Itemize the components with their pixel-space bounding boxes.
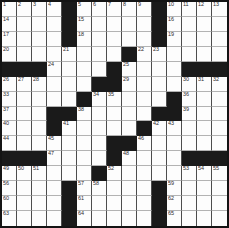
- clue-number-54: 54: [198, 166, 204, 171]
- white-cell-r10c15[interactable]: [212, 136, 227, 151]
- white-cell-r7c14[interactable]: [197, 92, 212, 107]
- clue-number-21: 21: [63, 47, 69, 52]
- white-cell-r15c13[interactable]: [182, 211, 197, 226]
- white-cell-r1c12[interactable]: 10: [167, 2, 182, 17]
- clue-number-45: 45: [48, 136, 54, 141]
- clue-number-8: 8: [123, 2, 126, 7]
- white-cell-r13c1[interactable]: 56: [2, 181, 17, 196]
- clue-number-7: 7: [108, 2, 111, 7]
- crossword-puzzle: 1234567891011121314151617181920212223242…: [0, 0, 229, 228]
- white-cell-r4c1[interactable]: 20: [2, 47, 17, 62]
- white-cell-r15c14[interactable]: [197, 211, 212, 226]
- clue-number-63: 63: [3, 211, 9, 216]
- black-cell-r1c5: [62, 2, 77, 17]
- black-cell-r7c6: [77, 92, 92, 107]
- white-cell-r2c7[interactable]: [92, 17, 107, 32]
- white-cell-r6c15[interactable]: 32: [212, 77, 227, 92]
- clue-number-53: 53: [183, 166, 189, 171]
- white-cell-r14c10[interactable]: [137, 196, 152, 211]
- white-cell-r4c2[interactable]: [17, 47, 32, 62]
- white-cell-r1c2[interactable]: 2: [17, 2, 32, 17]
- clue-number-22: 22: [138, 47, 144, 52]
- clue-number-15: 15: [78, 17, 84, 22]
- white-cell-r6c5[interactable]: [62, 77, 77, 92]
- crossword-grid: 1234567891011121314151617181920212223242…: [0, 0, 229, 228]
- white-cell-r3c6[interactable]: 18: [77, 32, 92, 47]
- white-cell-r15c10[interactable]: [137, 211, 152, 226]
- black-cell-r6c7: [92, 77, 107, 92]
- white-cell-r7c11[interactable]: [152, 92, 167, 107]
- clue-number-42: 42: [153, 121, 159, 126]
- black-cell-r8c11: [152, 107, 167, 122]
- black-cell-r11c1: [2, 151, 17, 166]
- white-cell-r15c15[interactable]: [212, 211, 227, 226]
- white-cell-r13c10[interactable]: [137, 181, 152, 196]
- clue-number-43: 43: [168, 121, 174, 126]
- white-cell-r10c2[interactable]: [17, 136, 32, 151]
- white-cell-r9c13[interactable]: [182, 121, 197, 136]
- clue-number-57: 57: [78, 181, 84, 186]
- white-cell-r3c7[interactable]: [92, 32, 107, 47]
- clue-number-38: 38: [78, 107, 84, 112]
- white-cell-r3c4[interactable]: [47, 32, 62, 47]
- black-cell-r15c11: [152, 211, 167, 226]
- white-cell-r8c3[interactable]: [32, 107, 47, 122]
- black-cell-r9c4: [47, 121, 62, 136]
- white-cell-r9c12[interactable]: 43: [167, 121, 182, 136]
- white-cell-r9c15[interactable]: [212, 121, 227, 136]
- white-cell-r6c14[interactable]: 31: [197, 77, 212, 92]
- clue-number-6: 6: [93, 2, 96, 7]
- black-cell-r7c12: [167, 92, 182, 107]
- clue-number-28: 28: [33, 77, 39, 82]
- white-cell-r1c8[interactable]: 7: [107, 2, 122, 17]
- white-cell-r13c15[interactable]: [212, 181, 227, 196]
- clue-number-55: 55: [213, 166, 219, 171]
- clue-number-39: 39: [183, 107, 189, 112]
- clue-number-1: 1: [3, 2, 6, 7]
- white-cell-r1c10[interactable]: 9: [137, 2, 152, 17]
- black-cell-r5c8: [107, 62, 122, 77]
- white-cell-r6c12[interactable]: [167, 77, 182, 92]
- white-cell-r6c6[interactable]: [77, 77, 92, 92]
- white-cell-r4c10[interactable]: 22: [137, 47, 152, 62]
- clue-number-58: 58: [93, 181, 99, 186]
- clue-number-25: 25: [123, 62, 129, 67]
- white-cell-r14c8[interactable]: [107, 196, 122, 211]
- white-cell-r10c6[interactable]: [77, 136, 92, 151]
- white-cell-r15c7[interactable]: [92, 211, 107, 226]
- black-cell-r11c13: [182, 151, 197, 166]
- white-cell-r8c8[interactable]: [107, 107, 122, 122]
- white-cell-r5c4[interactable]: 24: [47, 62, 62, 77]
- white-cell-r9c5[interactable]: 41: [62, 121, 77, 136]
- black-cell-r5c2: [17, 62, 32, 77]
- white-cell-r14c1[interactable]: 60: [2, 196, 17, 211]
- white-cell-r2c13[interactable]: [182, 17, 197, 32]
- clue-number-13: 13: [213, 2, 219, 7]
- clue-number-4: 4: [48, 2, 51, 7]
- clue-number-44: 44: [3, 136, 9, 141]
- clue-number-52: 52: [108, 166, 114, 171]
- clue-number-9: 9: [138, 2, 141, 7]
- white-cell-r13c13[interactable]: [182, 181, 197, 196]
- white-cell-r11c7[interactable]: [92, 151, 107, 166]
- white-cell-r4c13[interactable]: [182, 47, 197, 62]
- black-cell-r2c5: [62, 17, 77, 32]
- clue-number-59: 59: [168, 181, 174, 186]
- clue-number-23: 23: [153, 47, 159, 52]
- white-cell-r15c4[interactable]: [47, 211, 62, 226]
- white-cell-r13c3[interactable]: [32, 181, 47, 196]
- white-cell-r2c1[interactable]: 14: [2, 17, 17, 32]
- clue-number-27: 27: [18, 77, 24, 82]
- white-cell-r9c9[interactable]: [122, 121, 137, 136]
- clue-number-61: 61: [78, 196, 84, 201]
- black-cell-r10c8: [107, 136, 122, 151]
- white-cell-r8c7[interactable]: [92, 107, 107, 122]
- clue-number-37: 37: [3, 107, 9, 112]
- white-cell-r11c9[interactable]: 48: [122, 151, 137, 166]
- white-cell-r12c9[interactable]: [122, 166, 137, 181]
- black-cell-r5c1: [2, 62, 17, 77]
- white-cell-r10c1[interactable]: 44: [2, 136, 17, 151]
- white-cell-r6c4[interactable]: [47, 77, 62, 92]
- white-cell-r15c1[interactable]: 63: [2, 211, 17, 226]
- clue-number-33: 33: [3, 92, 9, 97]
- white-cell-r15c12[interactable]: 65: [167, 211, 182, 226]
- white-cell-r5c9[interactable]: 25: [122, 62, 137, 77]
- white-cell-r7c10[interactable]: [137, 92, 152, 107]
- white-cell-r3c1[interactable]: 17: [2, 32, 17, 47]
- black-cell-r1c11: [152, 2, 167, 17]
- white-cell-r5c7[interactable]: [92, 62, 107, 77]
- white-cell-r10c7[interactable]: [92, 136, 107, 151]
- white-cell-r2c12[interactable]: 16: [167, 17, 182, 32]
- white-cell-r4c15[interactable]: [212, 47, 227, 62]
- white-cell-r3c12[interactable]: 19: [167, 32, 182, 47]
- white-cell-r3c8[interactable]: [107, 32, 122, 47]
- white-cell-r4c6[interactable]: [77, 47, 92, 62]
- clue-number-40: 40: [3, 121, 9, 126]
- white-cell-r12c13[interactable]: 53: [182, 166, 197, 181]
- white-cell-r5c10[interactable]: [137, 62, 152, 77]
- clue-number-65: 65: [168, 211, 174, 216]
- white-cell-r2c14[interactable]: [197, 17, 212, 32]
- black-cell-r8c12: [167, 107, 182, 122]
- white-cell-r8c6[interactable]: 38: [77, 107, 92, 122]
- white-cell-r3c13[interactable]: [182, 32, 197, 47]
- clue-number-48: 48: [123, 151, 129, 156]
- white-cell-r1c4[interactable]: 4: [47, 2, 62, 17]
- black-cell-r6c8: [107, 77, 122, 92]
- clue-number-12: 12: [198, 2, 204, 7]
- clue-number-41: 41: [63, 121, 69, 126]
- white-cell-r1c15[interactable]: 13: [212, 2, 227, 17]
- white-cell-r9c14[interactable]: [197, 121, 212, 136]
- white-cell-r6c2[interactable]: 27: [17, 77, 32, 92]
- clue-number-49: 49: [3, 166, 9, 171]
- black-cell-r11c15: [212, 151, 227, 166]
- clue-number-2: 2: [18, 2, 21, 7]
- white-cell-r12c1[interactable]: 49: [2, 166, 17, 181]
- black-cell-r11c14: [197, 151, 212, 166]
- white-cell-r7c4[interactable]: [47, 92, 62, 107]
- black-cell-r8c4: [47, 107, 62, 122]
- white-cell-r7c8[interactable]: 35: [107, 92, 122, 107]
- white-cell-r4c5[interactable]: 21: [62, 47, 77, 62]
- white-cell-r4c14[interactable]: [197, 47, 212, 62]
- white-cell-r2c10[interactable]: [137, 17, 152, 32]
- clue-number-50: 50: [18, 166, 24, 171]
- clue-number-29: 29: [123, 77, 129, 82]
- clue-number-11: 11: [183, 2, 189, 7]
- white-cell-r14c3[interactable]: [32, 196, 47, 211]
- white-cell-r3c3[interactable]: [32, 32, 47, 47]
- white-cell-r2c6[interactable]: 15: [77, 17, 92, 32]
- white-cell-r12c11[interactable]: [152, 166, 167, 181]
- black-cell-r5c14: [197, 62, 212, 77]
- white-cell-r13c12[interactable]: 59: [167, 181, 182, 196]
- white-cell-r2c15[interactable]: [212, 17, 227, 32]
- white-cell-r6c9[interactable]: 29: [122, 77, 137, 92]
- white-cell-r6c11[interactable]: [152, 77, 167, 92]
- white-cell-r15c6[interactable]: 64: [77, 211, 92, 226]
- white-cell-r3c15[interactable]: [212, 32, 227, 47]
- black-cell-r14c5: [62, 196, 77, 211]
- white-cell-r4c11[interactable]: 23: [152, 47, 167, 62]
- white-cell-r7c13[interactable]: 36: [182, 92, 197, 107]
- white-cell-r4c7[interactable]: [92, 47, 107, 62]
- white-cell-r12c2[interactable]: 50: [17, 166, 32, 181]
- white-cell-r14c7[interactable]: [92, 196, 107, 211]
- white-cell-r13c9[interactable]: [122, 181, 137, 196]
- white-cell-r7c1[interactable]: 33: [2, 92, 17, 107]
- black-cell-r10c9: [122, 136, 137, 151]
- white-cell-r7c2[interactable]: [17, 92, 32, 107]
- black-cell-r12c7: [92, 166, 107, 181]
- white-cell-r14c2[interactable]: [17, 196, 32, 211]
- white-cell-r14c6[interactable]: 61: [77, 196, 92, 211]
- white-cell-r11c11[interactable]: [152, 151, 167, 166]
- white-cell-r10c13[interactable]: [182, 136, 197, 151]
- white-cell-r10c3[interactable]: [32, 136, 47, 151]
- white-cell-r10c14[interactable]: [197, 136, 212, 151]
- clue-number-19: 19: [168, 32, 174, 37]
- black-cell-r3c11: [152, 32, 167, 47]
- white-cell-r1c14[interactable]: 12: [197, 2, 212, 17]
- white-cell-r12c15[interactable]: 55: [212, 166, 227, 181]
- white-cell-r3c9[interactable]: [122, 32, 137, 47]
- white-cell-r8c2[interactable]: [17, 107, 32, 122]
- black-cell-r9c10: [137, 121, 152, 136]
- white-cell-r12c6[interactable]: [77, 166, 92, 181]
- black-cell-r15c5: [62, 211, 77, 226]
- white-cell-r2c3[interactable]: [32, 17, 47, 32]
- white-cell-r10c11[interactable]: [152, 136, 167, 151]
- white-cell-r2c2[interactable]: [17, 17, 32, 32]
- black-cell-r2c11: [152, 17, 167, 32]
- white-cell-r13c2[interactable]: [17, 181, 32, 196]
- white-cell-r11c12[interactable]: [167, 151, 182, 166]
- white-cell-r11c4[interactable]: 47: [47, 151, 62, 166]
- white-cell-r13c14[interactable]: [197, 181, 212, 196]
- white-cell-r4c4[interactable]: [47, 47, 62, 62]
- clue-number-34: 34: [93, 92, 99, 97]
- clue-number-3: 3: [33, 2, 36, 7]
- white-cell-r1c3[interactable]: 3: [32, 2, 47, 17]
- black-cell-r8c5: [62, 107, 77, 122]
- white-cell-r9c1[interactable]: 40: [2, 121, 17, 136]
- white-cell-r3c14[interactable]: [197, 32, 212, 47]
- white-cell-r14c4[interactable]: [47, 196, 62, 211]
- black-cell-r5c3: [32, 62, 47, 77]
- white-cell-r10c5[interactable]: [62, 136, 77, 151]
- white-cell-r8c1[interactable]: 37: [2, 107, 17, 122]
- white-cell-r15c3[interactable]: [32, 211, 47, 226]
- white-cell-r8c10[interactable]: [137, 107, 152, 122]
- white-cell-r9c7[interactable]: [92, 121, 107, 136]
- white-cell-r13c4[interactable]: [47, 181, 62, 196]
- white-cell-r13c7[interactable]: 58: [92, 181, 107, 196]
- white-cell-r14c12[interactable]: 62: [167, 196, 182, 211]
- clue-number-35: 35: [108, 92, 114, 97]
- white-cell-r10c10[interactable]: 46: [137, 136, 152, 151]
- white-cell-r2c9[interactable]: [122, 17, 137, 32]
- black-cell-r13c5: [62, 181, 77, 196]
- clue-number-60: 60: [3, 196, 9, 201]
- white-cell-r6c13[interactable]: 30: [182, 77, 197, 92]
- clue-number-51: 51: [33, 166, 39, 171]
- black-cell-r11c8: [107, 151, 122, 166]
- clue-number-47: 47: [48, 151, 54, 156]
- white-cell-r9c2[interactable]: [17, 121, 32, 136]
- white-cell-r12c5[interactable]: [62, 166, 77, 181]
- white-cell-r8c9[interactable]: [122, 107, 137, 122]
- white-cell-r4c3[interactable]: [32, 47, 47, 62]
- white-cell-r2c8[interactable]: [107, 17, 122, 32]
- clue-number-17: 17: [3, 32, 9, 37]
- clue-number-30: 30: [183, 77, 189, 82]
- clue-number-32: 32: [213, 77, 219, 82]
- white-cell-r11c10[interactable]: [137, 151, 152, 166]
- white-cell-r5c11[interactable]: [152, 62, 167, 77]
- white-cell-r1c6[interactable]: 5: [77, 2, 92, 17]
- white-cell-r1c9[interactable]: 8: [122, 2, 137, 17]
- white-cell-r9c8[interactable]: [107, 121, 122, 136]
- white-cell-r5c5[interactable]: [62, 62, 77, 77]
- white-cell-r1c1[interactable]: 1: [2, 2, 17, 17]
- white-cell-r14c15[interactable]: [212, 196, 227, 211]
- white-cell-r8c15[interactable]: [212, 107, 227, 122]
- white-cell-r12c8[interactable]: 52: [107, 166, 122, 181]
- clue-number-56: 56: [3, 181, 9, 186]
- clue-number-16: 16: [168, 17, 174, 22]
- white-cell-r13c8[interactable]: [107, 181, 122, 196]
- clue-number-24: 24: [48, 62, 54, 67]
- black-cell-r4c9: [122, 47, 137, 62]
- white-cell-r14c14[interactable]: [197, 196, 212, 211]
- clue-number-18: 18: [78, 32, 84, 37]
- white-cell-r7c3[interactable]: [32, 92, 47, 107]
- clue-number-36: 36: [183, 92, 189, 97]
- white-cell-r12c14[interactable]: 54: [197, 166, 212, 181]
- white-cell-r11c6[interactable]: [77, 151, 92, 166]
- white-cell-r12c4[interactable]: [47, 166, 62, 181]
- white-cell-r5c6[interactable]: [77, 62, 92, 77]
- clue-number-64: 64: [78, 211, 84, 216]
- black-cell-r11c3: [32, 151, 47, 166]
- white-cell-r4c8[interactable]: [107, 47, 122, 62]
- white-cell-r9c3[interactable]: [32, 121, 47, 136]
- clue-number-46: 46: [138, 136, 144, 141]
- white-cell-r7c7[interactable]: 34: [92, 92, 107, 107]
- clue-number-62: 62: [168, 196, 174, 201]
- white-cell-r6c1[interactable]: 26: [2, 77, 17, 92]
- white-cell-r4c12[interactable]: [167, 47, 182, 62]
- clue-number-31: 31: [198, 77, 204, 82]
- clue-number-20: 20: [3, 47, 9, 52]
- white-cell-r8c14[interactable]: [197, 107, 212, 122]
- white-cell-r13c6[interactable]: 57: [77, 181, 92, 196]
- white-cell-r12c3[interactable]: 51: [32, 166, 47, 181]
- black-cell-r11c2: [17, 151, 32, 166]
- white-cell-r15c8[interactable]: [107, 211, 122, 226]
- white-cell-r7c5[interactable]: [62, 92, 77, 107]
- clue-number-10: 10: [168, 2, 174, 7]
- white-cell-r15c9[interactable]: [122, 211, 137, 226]
- white-cell-r7c15[interactable]: [212, 92, 227, 107]
- white-cell-r5c12[interactable]: [167, 62, 182, 77]
- white-cell-r6c10[interactable]: [137, 77, 152, 92]
- white-cell-r3c10[interactable]: [137, 32, 152, 47]
- white-cell-r6c3[interactable]: 28: [32, 77, 47, 92]
- black-cell-r14c11: [152, 196, 167, 211]
- clue-number-26: 26: [3, 77, 9, 82]
- white-cell-r14c9[interactable]: [122, 196, 137, 211]
- white-cell-r1c13[interactable]: 11: [182, 2, 197, 17]
- black-cell-r5c13: [182, 62, 197, 77]
- black-cell-r3c5: [62, 32, 77, 47]
- white-cell-r15c2[interactable]: [17, 211, 32, 226]
- white-cell-r7c9[interactable]: [122, 92, 137, 107]
- white-cell-r12c10[interactable]: [137, 166, 152, 181]
- black-cell-r5c15: [212, 62, 227, 77]
- white-cell-r10c12[interactable]: [167, 136, 182, 151]
- white-cell-r1c7[interactable]: 6: [92, 2, 107, 17]
- black-cell-r13c11: [152, 181, 167, 196]
- clue-number-14: 14: [3, 17, 9, 22]
- white-cell-r8c13[interactable]: 39: [182, 107, 197, 122]
- white-cell-r3c2[interactable]: [17, 32, 32, 47]
- white-cell-r10c4[interactable]: 45: [47, 136, 62, 151]
- white-cell-r12c12[interactable]: [167, 166, 182, 181]
- white-cell-r9c11[interactable]: 42: [152, 121, 167, 136]
- white-cell-r11c5[interactable]: [62, 151, 77, 166]
- white-cell-r2c4[interactable]: [47, 17, 62, 32]
- white-cell-r14c13[interactable]: [182, 196, 197, 211]
- clue-number-5: 5: [78, 2, 81, 7]
- white-cell-r9c6[interactable]: [77, 121, 92, 136]
